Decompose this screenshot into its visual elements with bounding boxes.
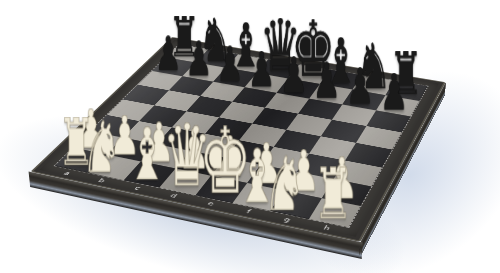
piece-black-pawn: ♟ bbox=[185, 40, 211, 78]
piece-white-king: ♚ bbox=[199, 125, 230, 199]
piece-black-pawn: ♟ bbox=[280, 56, 307, 95]
chessboard: ♜♞♝♛♚♝♞♜♟♟♟♟♟♟♟♟♟♟♟♟♟♟♟♟♜♞♝♛♚♝♞♜ abcdefg… bbox=[30, 37, 445, 242]
piece-white-queen: ♛ bbox=[162, 122, 193, 191]
piece-white-rook: ♜ bbox=[313, 167, 345, 223]
chess-set-photo: ♜♞♝♛♚♝♞♜♟♟♟♟♟♟♟♟♟♟♟♟♟♟♟♟♜♞♝♛♚♝♞♜ abcdefg… bbox=[0, 0, 500, 273]
piece-white-knight: ♞ bbox=[92, 119, 122, 176]
scene: ♜♞♝♛♚♝♞♜♟♟♟♟♟♟♟♟♟♟♟♟♟♟♟♟♜♞♝♛♚♝♞♜ abcdefg… bbox=[0, 0, 500, 273]
piece-black-pawn: ♟ bbox=[312, 61, 339, 101]
piece-black-pawn: ♟ bbox=[380, 73, 408, 113]
piece-black-pawn: ♟ bbox=[155, 35, 181, 73]
piece-black-pawn: ♟ bbox=[248, 51, 275, 90]
piece-white-knight: ♞ bbox=[274, 155, 306, 215]
piece-black-pawn: ♟ bbox=[346, 67, 373, 107]
piece-black-pawn: ♟ bbox=[216, 46, 242, 85]
piece-white-bishop: ♝ bbox=[127, 126, 158, 183]
